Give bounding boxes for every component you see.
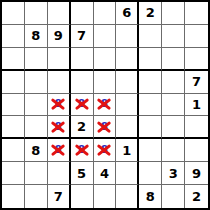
cell-r5c9[interactable]: 1 [185, 94, 208, 117]
cell-r3c7[interactable] [139, 48, 162, 71]
cell-r5c6[interactable] [116, 94, 139, 117]
cell-r3c6[interactable] [116, 48, 139, 71]
given-digit: 9 [192, 167, 201, 180]
cell-r4c9[interactable]: 7 [185, 71, 208, 94]
cell-r6c9[interactable] [185, 116, 208, 139]
given-digit: 7 [192, 75, 201, 88]
cell-r2c5[interactable] [94, 25, 117, 48]
cell-r6c3[interactable]: 8 [48, 116, 71, 139]
cell-r9c8[interactable] [162, 185, 185, 208]
given-digit: 2 [146, 6, 155, 19]
eliminated-candidate-digit: 8 [101, 145, 108, 155]
cell-r8c1[interactable] [2, 162, 25, 185]
cell-r8c8[interactable]: 3 [162, 162, 185, 185]
cell-r1c1[interactable] [2, 2, 25, 25]
cell-r2c6[interactable] [116, 25, 139, 48]
given-digit: 1 [192, 98, 201, 111]
cell-r9c4[interactable] [71, 185, 94, 208]
given-digit: 8 [146, 190, 155, 203]
cell-r7c8[interactable] [162, 139, 185, 162]
cell-r3c3[interactable] [48, 48, 71, 71]
given-digit: 5 [77, 167, 86, 180]
cell-r6c5[interactable]: 8 [94, 116, 117, 139]
cell-r5c3[interactable]: 8 [48, 94, 71, 117]
cell-r2c7[interactable] [139, 25, 162, 48]
eliminated-candidate-digit: 8 [55, 145, 62, 155]
cell-r7c2[interactable]: 8 [25, 139, 48, 162]
given-digit: 7 [54, 190, 63, 203]
cell-r6c1[interactable] [2, 116, 25, 139]
eliminated-candidate-digit: 8 [78, 145, 85, 155]
cell-r4c8[interactable] [162, 71, 185, 94]
cell-r5c2[interactable] [25, 94, 48, 117]
cell-r9c6[interactable] [116, 185, 139, 208]
cell-r5c1[interactable] [2, 94, 25, 117]
cell-r6c4[interactable]: 2 [71, 116, 94, 139]
cell-r4c7[interactable] [139, 71, 162, 94]
cell-r8c3[interactable] [48, 162, 71, 185]
cell-r6c6[interactable] [116, 116, 139, 139]
cell-r8c9[interactable]: 9 [185, 162, 208, 185]
cell-r3c8[interactable] [162, 48, 185, 71]
cell-r9c7[interactable]: 8 [139, 185, 162, 208]
given-digit: 7 [77, 29, 86, 42]
cell-r9c2[interactable] [25, 185, 48, 208]
cell-r7c5[interactable]: 8 [94, 139, 117, 162]
given-digit: 6 [122, 6, 131, 19]
cell-r1c2[interactable] [25, 2, 48, 25]
cell-r4c2[interactable] [25, 71, 48, 94]
cell-r2c2[interactable]: 8 [25, 25, 48, 48]
given-digit: 3 [169, 167, 178, 180]
cell-r4c1[interactable] [2, 71, 25, 94]
cell-r8c7[interactable] [139, 162, 162, 185]
cell-r8c6[interactable] [116, 162, 139, 185]
cell-r7c3[interactable]: 8 [48, 139, 71, 162]
cell-r5c4[interactable]: 8 [71, 94, 94, 117]
given-digit: 4 [100, 167, 109, 180]
eliminated-candidate-digit: 8 [78, 99, 85, 109]
cell-r8c5[interactable]: 4 [94, 162, 117, 185]
cell-r9c5[interactable] [94, 185, 117, 208]
cell-r1c5[interactable] [94, 2, 117, 25]
given-digit: 1 [122, 144, 131, 157]
cell-r8c4[interactable]: 5 [71, 162, 94, 185]
cell-r2c4[interactable]: 7 [71, 25, 94, 48]
cell-r3c2[interactable] [25, 48, 48, 71]
cell-r3c4[interactable] [71, 48, 94, 71]
given-digit: 9 [54, 29, 63, 42]
cell-r7c9[interactable] [185, 139, 208, 162]
cell-r1c9[interactable] [185, 2, 208, 25]
cell-r8c2[interactable] [25, 162, 48, 185]
given-digit: 8 [31, 29, 40, 42]
cell-r1c4[interactable] [71, 2, 94, 25]
cell-r1c3[interactable] [48, 2, 71, 25]
cell-r7c7[interactable] [139, 139, 162, 162]
cell-r5c5[interactable]: 8 [94, 94, 117, 117]
cell-r2c9[interactable] [185, 25, 208, 48]
cell-r3c9[interactable] [185, 48, 208, 71]
cell-r7c6[interactable]: 1 [116, 139, 139, 162]
cell-r6c2[interactable] [25, 116, 48, 139]
given-digit: 8 [31, 144, 40, 157]
eliminated-candidate-digit: 8 [55, 122, 62, 132]
cell-r6c8[interactable] [162, 116, 185, 139]
given-digit: 2 [77, 120, 86, 133]
sudoku-board: 6289778881828888815439782 [0, 0, 210, 210]
cell-r7c1[interactable] [2, 139, 25, 162]
cell-r6c7[interactable] [139, 116, 162, 139]
cell-r1c8[interactable] [162, 2, 185, 25]
cell-r1c6[interactable]: 6 [116, 2, 139, 25]
cell-r1c7[interactable]: 2 [139, 2, 162, 25]
cell-r5c7[interactable] [139, 94, 162, 117]
cell-r2c3[interactable]: 9 [48, 25, 71, 48]
cell-r9c3[interactable]: 7 [48, 185, 71, 208]
eliminated-candidate-digit: 8 [55, 99, 62, 109]
eliminated-candidate-digit: 8 [101, 99, 108, 109]
cell-r4c4[interactable] [71, 71, 94, 94]
cell-r9c9[interactable]: 2 [185, 185, 208, 208]
cell-r5c8[interactable] [162, 94, 185, 117]
cell-r4c6[interactable] [116, 71, 139, 94]
cell-r4c5[interactable] [94, 71, 117, 94]
eliminated-candidate-digit: 8 [101, 122, 108, 132]
cell-r2c8[interactable] [162, 25, 185, 48]
cell-r4c3[interactable] [48, 71, 71, 94]
cell-r3c5[interactable] [94, 48, 117, 71]
cell-r9c1[interactable] [2, 185, 25, 208]
cell-r2c1[interactable] [2, 25, 25, 48]
given-digit: 2 [192, 190, 201, 203]
cell-r3c1[interactable] [2, 48, 25, 71]
cell-r7c4[interactable]: 8 [71, 139, 94, 162]
